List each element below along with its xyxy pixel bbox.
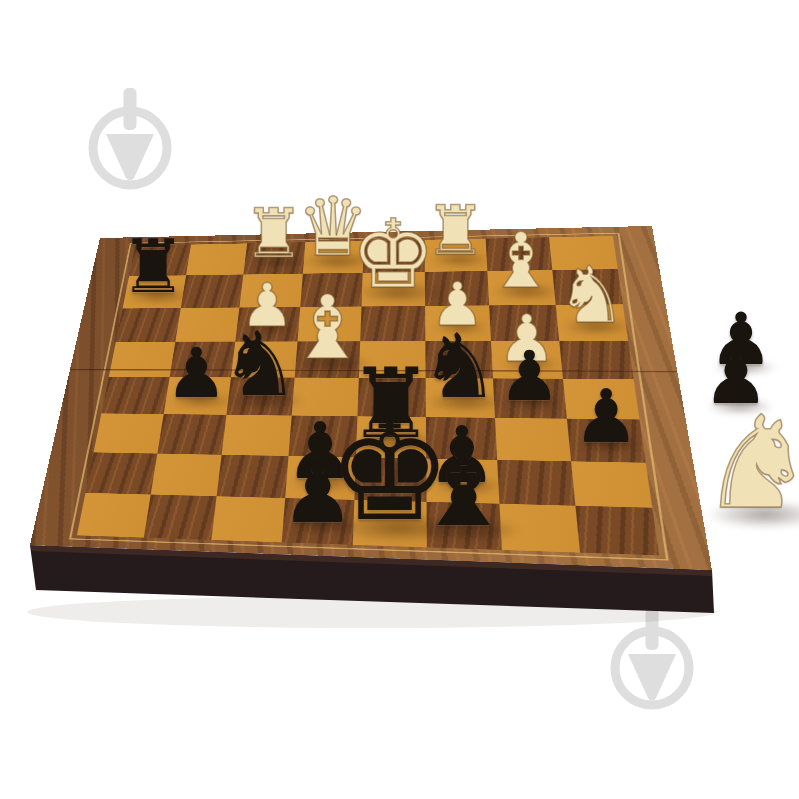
square-g4 — [493, 378, 566, 418]
square-e8 — [363, 240, 425, 273]
square-d4 — [291, 378, 359, 417]
square-g2 — [497, 460, 575, 506]
square-h5 — [559, 341, 634, 379]
square-c7 — [239, 274, 302, 308]
square-a4 — [101, 377, 169, 414]
square-a1 — [77, 493, 150, 538]
square-c1 — [211, 496, 284, 542]
square-a3 — [94, 414, 164, 454]
chess-board — [30, 226, 712, 570]
square-b2 — [150, 453, 221, 496]
square-b4 — [163, 377, 231, 415]
square-f4 — [425, 378, 495, 418]
square-h4 — [562, 379, 639, 420]
square-h3 — [566, 419, 645, 463]
square-c6 — [235, 307, 299, 342]
square-e4 — [357, 378, 425, 417]
square-g8 — [486, 237, 552, 271]
square-f3 — [425, 417, 497, 459]
square-h6 — [555, 304, 628, 341]
square-h2 — [570, 461, 652, 508]
square-a6 — [116, 308, 181, 342]
square-d2 — [285, 456, 356, 500]
product-photo-scene: ♜♛♜♜♚♝♟♟♞♝♟♟♞♞♟♜♟♟♟♟♚♝♟♟♞ — [0, 0, 799, 799]
square-e6 — [360, 306, 425, 341]
square-d3 — [288, 416, 357, 457]
square-h8 — [549, 236, 618, 270]
square-b7 — [180, 275, 243, 308]
square-a2 — [85, 452, 156, 494]
square-b8 — [186, 243, 248, 275]
watermark-logo-top-left — [93, 88, 167, 185]
playing-field — [77, 236, 659, 555]
square-e5 — [359, 341, 425, 378]
square-g5 — [491, 341, 562, 379]
square-c8 — [243, 242, 305, 274]
square-b1 — [143, 494, 216, 540]
square-e7 — [361, 272, 424, 306]
square-f5 — [425, 341, 493, 379]
square-f2 — [426, 458, 500, 503]
square-d7 — [300, 273, 363, 307]
square-a5 — [109, 342, 175, 377]
square-f6 — [425, 305, 491, 341]
square-c4 — [226, 377, 294, 415]
square-c2 — [217, 454, 288, 497]
square-f7 — [424, 271, 489, 306]
square-e1 — [353, 500, 427, 548]
square-b5 — [169, 341, 235, 377]
square-f1 — [426, 502, 502, 550]
square-b3 — [157, 414, 227, 454]
square-g1 — [499, 504, 579, 553]
square-e2 — [354, 457, 426, 502]
square-g3 — [495, 418, 570, 461]
square-d5 — [294, 341, 360, 378]
square-c3 — [222, 415, 292, 456]
square-g6 — [489, 305, 559, 341]
square-b6 — [175, 307, 240, 341]
square-f8 — [424, 239, 487, 272]
square-e3 — [356, 416, 426, 458]
square-d6 — [297, 306, 361, 341]
square-h1 — [575, 506, 659, 556]
square-a8 — [129, 245, 191, 277]
square-a7 — [123, 275, 186, 308]
square-c5 — [231, 341, 297, 377]
square-d1 — [281, 498, 354, 545]
square-h7 — [552, 269, 623, 304]
square-d8 — [302, 241, 363, 274]
square-g7 — [487, 270, 555, 305]
